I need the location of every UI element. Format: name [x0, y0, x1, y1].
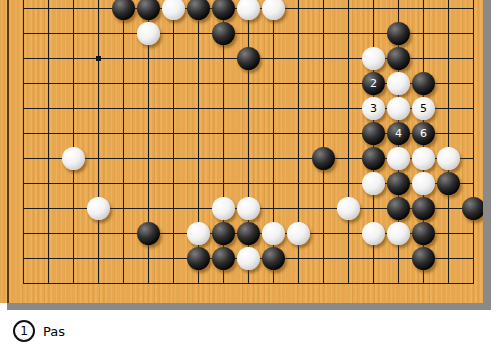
white-stone	[87, 197, 110, 220]
board-intersection[interactable]	[61, 71, 86, 96]
board-intersection[interactable]	[236, 246, 261, 271]
white-stone	[387, 147, 410, 170]
board-intersection[interactable]	[361, 196, 386, 221]
board-intersection[interactable]	[111, 121, 136, 146]
board-intersection[interactable]	[11, 171, 36, 196]
board-intersection[interactable]	[461, 146, 483, 171]
board-intersection[interactable]	[361, 271, 386, 296]
board-intersection[interactable]	[61, 0, 86, 21]
board-intersection[interactable]	[361, 246, 386, 271]
white-stone	[262, 222, 285, 245]
board-intersection[interactable]	[136, 221, 161, 246]
white-stone: 3	[362, 97, 385, 120]
board-intersection[interactable]	[86, 0, 111, 21]
board-intersection[interactable]	[411, 46, 436, 71]
board-intersection[interactable]	[461, 46, 483, 71]
white-stone	[412, 147, 435, 170]
board-intersection[interactable]	[211, 171, 236, 196]
board-intersection[interactable]	[311, 46, 336, 71]
white-stone	[62, 147, 85, 170]
board-intersection[interactable]	[236, 46, 261, 71]
board-intersection[interactable]	[311, 0, 336, 21]
board-intersection[interactable]	[161, 246, 186, 271]
board-intersection[interactable]	[311, 121, 336, 146]
board-intersection[interactable]	[136, 121, 161, 146]
board-intersection[interactable]	[111, 71, 136, 96]
board-intersection[interactable]	[386, 0, 411, 21]
board-intersection[interactable]	[61, 46, 86, 71]
board-intersection[interactable]	[61, 196, 86, 221]
board-intersection[interactable]	[111, 21, 136, 46]
board-intersection[interactable]	[36, 196, 61, 221]
board-intersection[interactable]	[461, 246, 483, 271]
board-intersection[interactable]	[386, 46, 411, 71]
white-stone	[412, 172, 435, 195]
board-intersection[interactable]	[411, 221, 436, 246]
white-stone	[262, 0, 285, 20]
board-intersection[interactable]	[436, 146, 461, 171]
board-intersection[interactable]	[311, 21, 336, 46]
board-intersection[interactable]	[136, 271, 161, 296]
board-intersection[interactable]	[161, 146, 186, 171]
black-stone: 4	[387, 122, 410, 145]
board-intersection[interactable]	[161, 221, 186, 246]
board-intersection[interactable]	[261, 46, 286, 71]
board-intersection[interactable]	[211, 121, 236, 146]
board-intersection[interactable]	[211, 196, 236, 221]
board-intersection[interactable]	[411, 71, 436, 96]
board-intersection[interactable]	[186, 271, 211, 296]
white-stone	[387, 97, 410, 120]
board-intersection[interactable]	[136, 171, 161, 196]
board-intersection[interactable]	[436, 96, 461, 121]
black-stone	[237, 222, 260, 245]
board-intersection[interactable]	[336, 121, 361, 146]
black-stone	[137, 222, 160, 245]
go-board[interactable]: 23546	[0, 0, 483, 303]
board-intersection[interactable]	[461, 221, 483, 246]
board-intersection[interactable]	[461, 171, 483, 196]
board-intersection[interactable]	[436, 46, 461, 71]
board-intersection[interactable]	[361, 121, 386, 146]
board-intersection[interactable]	[186, 46, 211, 71]
board-intersection[interactable]: 3	[361, 96, 386, 121]
board-intersection[interactable]	[111, 246, 136, 271]
board-intersection[interactable]	[111, 271, 136, 296]
board-intersection[interactable]	[261, 146, 286, 171]
board-intersection[interactable]	[11, 0, 36, 21]
board-intersection[interactable]	[86, 96, 111, 121]
board-intersection[interactable]	[161, 0, 186, 21]
black-stone	[187, 0, 210, 20]
white-stone	[237, 247, 260, 270]
board-intersection[interactable]	[461, 0, 483, 21]
board-intersection[interactable]	[11, 246, 36, 271]
board-intersection[interactable]	[86, 46, 111, 71]
black-stone	[312, 147, 335, 170]
white-stone	[237, 0, 260, 20]
board-intersection[interactable]	[86, 271, 111, 296]
move-number-label: 3	[370, 103, 377, 114]
black-stone	[262, 247, 285, 270]
board-intersection[interactable]	[436, 121, 461, 146]
board-intersection[interactable]	[286, 21, 311, 46]
board-intersection[interactable]	[336, 171, 361, 196]
board-intersection[interactable]	[36, 221, 61, 246]
board-intersection[interactable]	[336, 0, 361, 21]
board-intersection[interactable]	[211, 71, 236, 96]
board-intersection[interactable]	[86, 21, 111, 46]
board-intersection[interactable]	[261, 121, 286, 146]
board-intersection[interactable]	[111, 146, 136, 171]
board-intersection[interactable]	[236, 21, 261, 46]
board-intersection[interactable]	[336, 96, 361, 121]
board-intersection[interactable]	[211, 271, 236, 296]
board-intersection[interactable]	[161, 21, 186, 46]
move-number-label: 4	[395, 128, 402, 139]
board-intersection[interactable]	[136, 21, 161, 46]
black-stone	[462, 197, 483, 220]
board-intersection[interactable]	[336, 71, 361, 96]
board-intersection[interactable]	[461, 21, 483, 46]
move-annotation-text: Pas	[43, 324, 65, 339]
white-stone	[387, 72, 410, 95]
board-intersection[interactable]	[386, 146, 411, 171]
board-intersection[interactable]	[311, 171, 336, 196]
board-intersection[interactable]	[136, 96, 161, 121]
board-intersection[interactable]	[61, 121, 86, 146]
black-stone	[412, 72, 435, 95]
board-intersection[interactable]	[11, 46, 36, 71]
board-intersection[interactable]	[411, 0, 436, 21]
board-intersection[interactable]	[136, 46, 161, 71]
board-intersection[interactable]	[161, 96, 186, 121]
board-intersection[interactable]	[261, 271, 286, 296]
board-intersection[interactable]	[311, 221, 336, 246]
board-intersection[interactable]	[186, 196, 211, 221]
board-intersection[interactable]: 2	[361, 71, 386, 96]
board-intersection[interactable]	[311, 196, 336, 221]
board-intersection[interactable]	[236, 271, 261, 296]
white-stone	[237, 197, 260, 220]
board-intersection[interactable]	[411, 171, 436, 196]
board-intersection[interactable]	[111, 0, 136, 21]
board-intersection[interactable]	[286, 96, 311, 121]
board-grid: 23546	[11, 0, 483, 296]
black-stone	[137, 0, 160, 20]
board-intersection[interactable]	[461, 196, 483, 221]
white-stone	[187, 222, 210, 245]
white-stone	[337, 197, 360, 220]
board-intersection[interactable]	[61, 21, 86, 46]
board-intersection[interactable]	[136, 146, 161, 171]
black-stone: 2	[362, 72, 385, 95]
board-intersection[interactable]	[111, 196, 136, 221]
white-stone	[437, 147, 460, 170]
board-intersection[interactable]	[336, 146, 361, 171]
black-stone	[362, 147, 385, 170]
board-intersection[interactable]	[411, 271, 436, 296]
board-intersection[interactable]	[436, 171, 461, 196]
move-number-label: 6	[420, 128, 427, 139]
board-intersection[interactable]	[11, 121, 36, 146]
board-intersection[interactable]	[11, 146, 36, 171]
board-intersection[interactable]	[36, 0, 61, 21]
board-intersection[interactable]	[36, 246, 61, 271]
board-intersection[interactable]	[111, 96, 136, 121]
board-intersection[interactable]	[186, 146, 211, 171]
board-intersection[interactable]	[386, 171, 411, 196]
board-intersection[interactable]	[361, 0, 386, 21]
move-number-label: 2	[370, 78, 377, 89]
board-intersection[interactable]	[236, 146, 261, 171]
white-stone	[387, 222, 410, 245]
board-intersection[interactable]	[236, 71, 261, 96]
board-intersection[interactable]	[36, 121, 61, 146]
board-intersection[interactable]: 4	[386, 121, 411, 146]
board-intersection[interactable]	[161, 271, 186, 296]
white-stone	[362, 172, 385, 195]
black-stone	[362, 122, 385, 145]
board-intersection[interactable]	[161, 46, 186, 71]
board-intersection[interactable]	[211, 221, 236, 246]
board-intersection[interactable]	[61, 246, 86, 271]
black-stone	[187, 247, 210, 270]
board-intersection[interactable]	[211, 96, 236, 121]
board-intersection[interactable]	[11, 196, 36, 221]
board-intersection[interactable]	[436, 0, 461, 21]
board-intersection[interactable]	[261, 171, 286, 196]
board-intersection[interactable]	[461, 96, 483, 121]
board-intersection[interactable]	[461, 71, 483, 96]
board-intersection[interactable]	[61, 96, 86, 121]
black-stone	[387, 47, 410, 70]
board-intersection[interactable]	[386, 196, 411, 221]
board-intersection[interactable]	[336, 246, 361, 271]
board-intersection[interactable]	[61, 171, 86, 196]
board-intersection[interactable]	[286, 0, 311, 21]
black-stone: 6	[412, 122, 435, 145]
board-intersection[interactable]	[436, 271, 461, 296]
board-intersection[interactable]	[36, 71, 61, 96]
board-intersection[interactable]	[311, 96, 336, 121]
white-stone	[362, 47, 385, 70]
board-intersection[interactable]	[161, 196, 186, 221]
board-intersection[interactable]	[361, 21, 386, 46]
board-intersection[interactable]	[236, 171, 261, 196]
board-shadow-bottom	[7, 303, 491, 310]
move-number: 1	[20, 325, 28, 337]
board-intersection[interactable]	[286, 146, 311, 171]
black-stone	[412, 247, 435, 270]
board-intersection[interactable]	[11, 96, 36, 121]
board-intersection[interactable]	[11, 221, 36, 246]
black-stone	[387, 172, 410, 195]
board-intersection[interactable]	[411, 21, 436, 46]
board-intersection[interactable]	[286, 221, 311, 246]
board-intersection[interactable]	[261, 96, 286, 121]
board-intersection[interactable]	[111, 221, 136, 246]
board-intersection[interactable]	[11, 21, 36, 46]
board-intersection[interactable]	[11, 71, 36, 96]
board-intersection[interactable]	[36, 46, 61, 71]
board-intersection[interactable]	[86, 246, 111, 271]
board-intersection[interactable]	[311, 146, 336, 171]
board-intersection[interactable]	[436, 221, 461, 246]
board-intersection[interactable]	[411, 146, 436, 171]
board-intersection[interactable]	[261, 196, 286, 221]
board-intersection[interactable]	[311, 246, 336, 271]
board-intersection[interactable]	[261, 71, 286, 96]
board-intersection[interactable]	[211, 146, 236, 171]
board-intersection[interactable]	[261, 221, 286, 246]
board-intersection[interactable]	[361, 221, 386, 246]
board-intersection[interactable]	[186, 71, 211, 96]
board-intersection[interactable]	[336, 21, 361, 46]
black-stone	[412, 197, 435, 220]
board-intersection[interactable]	[236, 196, 261, 221]
board-intersection[interactable]	[186, 21, 211, 46]
board-intersection[interactable]	[361, 146, 386, 171]
board-intersection[interactable]	[386, 246, 411, 271]
board-intersection[interactable]	[211, 21, 236, 46]
board-intersection[interactable]	[36, 146, 61, 171]
board-intersection[interactable]	[286, 246, 311, 271]
board-intersection[interactable]: 6	[411, 121, 436, 146]
board-intersection[interactable]	[436, 21, 461, 46]
board-intersection[interactable]	[61, 271, 86, 296]
board-intersection[interactable]	[186, 171, 211, 196]
board-intersection[interactable]	[86, 121, 111, 146]
board-intersection[interactable]	[436, 196, 461, 221]
black-stone	[212, 247, 235, 270]
board-intersection[interactable]	[111, 171, 136, 196]
board-intersection[interactable]	[386, 21, 411, 46]
board-shadow-right	[483, 0, 491, 310]
board-intersection[interactable]	[186, 96, 211, 121]
white-stone	[362, 222, 385, 245]
board-intersection[interactable]	[361, 46, 386, 71]
board-intersection[interactable]	[386, 71, 411, 96]
black-stone	[387, 22, 410, 45]
board-intersection[interactable]	[236, 221, 261, 246]
black-stone	[112, 0, 135, 20]
black-stone	[237, 47, 260, 70]
white-stone	[287, 222, 310, 245]
black-stone	[212, 0, 235, 20]
board-intersection[interactable]	[86, 71, 111, 96]
board-intersection[interactable]	[286, 121, 311, 146]
board-intersection[interactable]	[336, 46, 361, 71]
board-intersection[interactable]	[36, 21, 61, 46]
board-intersection[interactable]	[336, 221, 361, 246]
board-intersection[interactable]	[36, 171, 61, 196]
board-intersection[interactable]	[186, 0, 211, 21]
board-intersection[interactable]	[336, 196, 361, 221]
black-stone	[212, 222, 235, 245]
board-intersection[interactable]	[61, 146, 86, 171]
board-intersection[interactable]	[136, 246, 161, 271]
board-intersection[interactable]	[211, 246, 236, 271]
black-stone	[412, 222, 435, 245]
board-intersection[interactable]	[186, 121, 211, 146]
board-intersection[interactable]	[186, 246, 211, 271]
board-intersection[interactable]	[11, 271, 36, 296]
white-stone	[162, 0, 185, 20]
board-intersection[interactable]	[136, 196, 161, 221]
board-intersection[interactable]	[211, 0, 236, 21]
black-stone	[437, 172, 460, 195]
board-intersection[interactable]	[286, 71, 311, 96]
board-intersection[interactable]	[61, 221, 86, 246]
move-number-label: 5	[420, 103, 427, 114]
board-intersection[interactable]	[461, 271, 483, 296]
board-intersection[interactable]	[261, 246, 286, 271]
board-intersection[interactable]	[86, 196, 111, 221]
board-intersection[interactable]	[86, 221, 111, 246]
board-intersection[interactable]	[286, 271, 311, 296]
board-intersection[interactable]	[261, 0, 286, 21]
board-intersection[interactable]	[136, 0, 161, 21]
board-intersection[interactable]	[386, 221, 411, 246]
board-intersection[interactable]	[436, 246, 461, 271]
board-intersection[interactable]	[186, 221, 211, 246]
board-intersection[interactable]	[236, 0, 261, 21]
board-intersection[interactable]: 5	[411, 96, 436, 121]
board-intersection[interactable]	[386, 96, 411, 121]
star-point	[96, 56, 101, 61]
board-intersection[interactable]	[386, 271, 411, 296]
black-stone	[387, 197, 410, 220]
black-stone	[212, 22, 235, 45]
board-intersection[interactable]	[111, 46, 136, 71]
board-left-edge	[7, 0, 9, 303]
board-intersection[interactable]	[411, 196, 436, 221]
white-stone	[212, 197, 235, 220]
board-intersection[interactable]	[161, 171, 186, 196]
board-intersection[interactable]	[136, 71, 161, 96]
white-stone: 5	[412, 97, 435, 120]
board-intersection[interactable]	[286, 46, 311, 71]
board-intersection[interactable]	[211, 46, 236, 71]
board-intersection[interactable]	[336, 271, 361, 296]
board-intersection[interactable]	[161, 121, 186, 146]
board-intersection[interactable]	[36, 271, 61, 296]
board-intersection[interactable]	[236, 121, 261, 146]
board-intersection[interactable]	[436, 71, 461, 96]
board-intersection[interactable]	[36, 96, 61, 121]
board-intersection[interactable]	[236, 96, 261, 121]
board-intersection[interactable]	[286, 196, 311, 221]
move-annotation: 1 Pas	[13, 319, 65, 343]
board-intersection[interactable]	[311, 271, 336, 296]
board-intersection[interactable]	[261, 21, 286, 46]
board-intersection[interactable]	[286, 171, 311, 196]
move-number-circle: 1	[13, 320, 35, 342]
board-intersection[interactable]	[361, 171, 386, 196]
board-intersection[interactable]	[86, 171, 111, 196]
board-intersection[interactable]	[461, 121, 483, 146]
board-intersection[interactable]	[86, 146, 111, 171]
board-intersection[interactable]	[161, 71, 186, 96]
white-stone	[137, 22, 160, 45]
go-applet-screenshot: 23546 1 Pas	[0, 0, 500, 358]
board-intersection[interactable]	[411, 246, 436, 271]
board-intersection[interactable]	[311, 71, 336, 96]
